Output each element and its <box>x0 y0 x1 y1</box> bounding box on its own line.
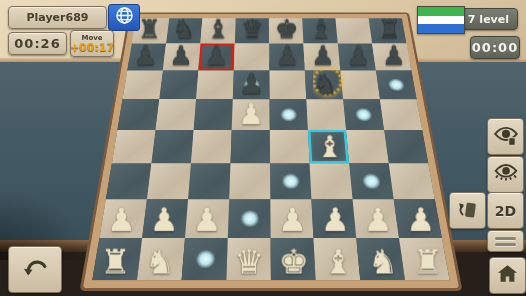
sierra-leone-flag <box>417 6 465 34</box>
square-c1[interactable] <box>182 238 228 280</box>
square-h7[interactable]: ♟ <box>372 44 411 71</box>
undo-icon <box>20 253 50 287</box>
drag-handle-icon <box>495 237 516 240</box>
legal-move-dot <box>281 173 299 189</box>
square-f5[interactable] <box>306 99 346 130</box>
black-king-e8[interactable]: ♚ <box>275 15 298 42</box>
globe-icon <box>114 5 135 30</box>
square-h5[interactable] <box>380 99 422 130</box>
black-queen-d8[interactable]: ♛ <box>240 15 263 42</box>
black-pawn-h7[interactable]: ♟ <box>381 41 405 69</box>
square-a7[interactable]: ♟ <box>127 44 166 71</box>
square-c3[interactable] <box>188 163 230 199</box>
white-pawn-h2[interactable]: ♟ <box>406 203 435 237</box>
square-e7[interactable]: ♟ <box>269 44 305 71</box>
home-button[interactable] <box>489 257 526 294</box>
square-d6[interactable]: ♟ <box>233 70 270 99</box>
square-g6[interactable] <box>340 70 379 99</box>
square-g2[interactable]: ♟ <box>353 199 400 238</box>
white-pawn-e2[interactable]: ♟ <box>278 203 307 237</box>
drag-handle-button[interactable] <box>487 230 524 252</box>
square-d3[interactable] <box>229 163 270 199</box>
square-c7[interactable]: ♟ <box>198 44 234 71</box>
square-b7[interactable]: ♟ <box>163 44 201 71</box>
white-bishop-f4[interactable]: ♝ <box>316 131 343 163</box>
square-c5[interactable] <box>194 99 233 130</box>
white-pawn-a2[interactable]: ♟ <box>106 203 135 237</box>
black-pawn-d6[interactable]: ♟ <box>239 69 264 98</box>
square-e2[interactable]: ♟ <box>270 199 313 238</box>
black-bishop-c8[interactable]: ♝ <box>206 15 229 42</box>
square-d4[interactable] <box>230 130 270 163</box>
white-bishop-f1[interactable]: ♝ <box>323 243 353 279</box>
legal-move-dot <box>361 173 381 189</box>
square-a2[interactable]: ♟ <box>99 199 147 238</box>
white-knight-b1[interactable]: ♞ <box>144 243 174 279</box>
square-g1[interactable]: ♞ <box>356 238 405 280</box>
preview-view-button[interactable] <box>487 118 524 155</box>
white-pawn-g2[interactable]: ♟ <box>363 203 392 237</box>
square-a3[interactable] <box>106 163 152 199</box>
white-queen-d1[interactable]: ♛ <box>234 243 264 279</box>
square-f3[interactable] <box>310 163 353 199</box>
square-e5[interactable] <box>270 99 308 130</box>
square-e3[interactable] <box>270 163 311 199</box>
square-g7[interactable]: ♟ <box>338 44 376 71</box>
show-moves-eye-button[interactable] <box>487 156 524 193</box>
square-c4[interactable] <box>191 130 232 163</box>
square-h2[interactable]: ♟ <box>394 199 442 238</box>
square-b3[interactable] <box>147 163 191 199</box>
legal-move-dot <box>280 108 297 122</box>
square-h3[interactable] <box>389 163 435 199</box>
square-b4[interactable] <box>151 130 193 163</box>
square-f2[interactable]: ♟ <box>311 199 356 238</box>
undo-button[interactable] <box>8 246 62 293</box>
black-pawn-e7[interactable]: ♟ <box>275 41 299 69</box>
2d-mode-button[interactable]: 2D <box>487 192 524 229</box>
rotate-device-icon <box>455 196 481 226</box>
square-b1[interactable]: ♞ <box>137 238 185 280</box>
square-c2[interactable]: ♟ <box>185 199 229 238</box>
white-rook-h1[interactable]: ♜ <box>412 243 442 279</box>
white-clock: 00:26 <box>8 32 67 55</box>
square-a6[interactable] <box>122 70 162 99</box>
black-knight-b8[interactable]: ♞ <box>172 15 195 42</box>
square-g4[interactable] <box>346 130 389 163</box>
square-a4[interactable] <box>112 130 156 163</box>
white-rook-a1[interactable]: ♜ <box>100 243 130 279</box>
square-a1[interactable]: ♜ <box>92 238 142 280</box>
square-h4[interactable] <box>384 130 428 163</box>
legal-move-dot <box>240 210 259 227</box>
flag-stripe-blue <box>418 24 464 33</box>
square-d2[interactable] <box>228 199 271 238</box>
square-f6[interactable]: ♞ <box>305 70 343 99</box>
black-knight-f6[interactable]: ♞ <box>312 69 337 98</box>
move-increment-value: +00:17 <box>70 42 114 53</box>
board[interactable]: ♜♞♝♛♚♝♜♟♟♟♟♟♟♟♟♞♟♝♟♟♟♟♟♟♟♜♞♛♚♝♞♜ <box>83 14 459 288</box>
square-d1[interactable]: ♛ <box>226 238 271 280</box>
square-b6[interactable] <box>159 70 198 99</box>
black-bishop-f8[interactable]: ♝ <box>309 15 332 42</box>
square-f4[interactable]: ♝ <box>308 130 349 163</box>
square-e4[interactable] <box>270 130 310 163</box>
white-pawn-d5[interactable]: ♟ <box>238 99 264 129</box>
white-player-name[interactable]: Player689 <box>8 6 107 29</box>
flag-stripe-green <box>418 7 464 16</box>
white-king-e1[interactable]: ♚ <box>278 243 308 279</box>
square-a5[interactable] <box>117 99 159 130</box>
black-pawn-b7[interactable]: ♟ <box>169 41 193 69</box>
black-rook-a8[interactable]: ♜ <box>137 15 160 42</box>
white-move-increment: Move +00:17 <box>70 30 114 57</box>
home-icon <box>495 261 520 290</box>
black-rook-h8[interactable]: ♜ <box>378 15 401 42</box>
legal-move-dot <box>195 249 216 268</box>
square-e1[interactable]: ♚ <box>271 238 316 280</box>
square-e6[interactable] <box>269 70 306 99</box>
eye-lashes-icon <box>493 160 519 190</box>
legal-move-dot <box>387 78 405 91</box>
board-perspective-wrap: ♜♞♝♛♚♝♜♟♟♟♟♟♟♟♟♞♟♝♟♟♟♟♟♟♟♜♞♛♚♝♞♜ <box>72 24 454 290</box>
square-h1[interactable]: ♜ <box>399 238 449 280</box>
black-clock: 00:00 <box>470 36 520 59</box>
square-d7[interactable] <box>234 44 270 71</box>
square-g3[interactable] <box>349 163 394 199</box>
white-pawn-b2[interactable]: ♟ <box>149 203 178 237</box>
square-b5[interactable] <box>155 99 196 130</box>
drag-handle-icon <box>495 243 516 246</box>
white-pawn-f2[interactable]: ♟ <box>320 203 349 237</box>
online-globe-button[interactable] <box>108 4 140 31</box>
white-pawn-c2[interactable]: ♟ <box>192 203 221 237</box>
game-screen: ♜♞♝♛♚♝♜♟♟♟♟♟♟♟♟♞♟♝♟♟♟♟♟♟♟♜♞♛♚♝♞♜ Player6… <box>0 0 526 296</box>
black-pawn-g7[interactable]: ♟ <box>346 41 370 69</box>
eye-piece-icon <box>493 122 519 152</box>
square-g5[interactable] <box>343 99 384 130</box>
rotate-view-button[interactable] <box>449 192 486 229</box>
square-h6[interactable] <box>376 70 417 99</box>
white-knight-g1[interactable]: ♞ <box>367 243 397 279</box>
black-pawn-f7[interactable]: ♟ <box>311 41 335 69</box>
square-d8[interactable]: ♛ <box>235 18 269 43</box>
square-f1[interactable]: ♝ <box>313 238 360 280</box>
square-c6[interactable] <box>196 70 234 99</box>
legal-move-dot <box>354 108 372 122</box>
black-pawn-c7[interactable]: ♟ <box>204 41 228 69</box>
flag-stripe-white <box>418 16 464 25</box>
black-pawn-a7[interactable]: ♟ <box>133 41 157 69</box>
square-d5[interactable]: ♟ <box>232 99 270 130</box>
square-b2[interactable]: ♟ <box>142 199 188 238</box>
